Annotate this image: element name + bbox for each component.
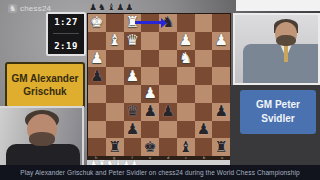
square[interactable] xyxy=(106,67,124,85)
top-right-panel xyxy=(236,0,320,11)
square[interactable]: ♛ xyxy=(124,103,142,121)
square[interactable]: ♟ xyxy=(177,32,195,50)
square[interactable] xyxy=(124,138,142,156)
square[interactable] xyxy=(195,67,213,85)
square[interactable]: ♟ xyxy=(195,121,213,139)
black-pawn: ♟ xyxy=(214,104,227,119)
black-knight: ♞ xyxy=(98,2,106,12)
square[interactable] xyxy=(124,85,142,103)
square[interactable]: ♟ xyxy=(88,50,106,68)
square[interactable]: ♟ xyxy=(141,103,159,121)
square[interactable]: ♟ xyxy=(124,67,142,85)
square[interactable] xyxy=(212,121,230,139)
chess-clock: 1:27 2:19 xyxy=(46,12,86,56)
grischuk-tag-line2: Grischuk xyxy=(7,85,83,98)
grischuk-name-tag: GM Alexander Grischuk xyxy=(5,62,85,108)
square[interactable] xyxy=(88,103,106,121)
square[interactable]: ♟ xyxy=(124,121,142,139)
square[interactable] xyxy=(124,50,142,68)
square[interactable]: ♛ xyxy=(124,32,142,50)
grischuk-torso xyxy=(6,144,80,165)
square[interactable] xyxy=(212,14,230,32)
square[interactable] xyxy=(177,14,195,32)
square[interactable]: ♟ xyxy=(88,67,106,85)
black-pawn: ♟ xyxy=(197,122,210,137)
grischuk-beard xyxy=(29,132,55,146)
black-pawn: ♟ xyxy=(125,2,133,12)
square[interactable]: ♚ xyxy=(141,138,159,156)
square[interactable] xyxy=(106,121,124,139)
svidler-beard xyxy=(276,35,296,46)
white-pawn: ♟ xyxy=(143,86,156,101)
square[interactable]: ♚ xyxy=(88,14,106,32)
square[interactable] xyxy=(177,103,195,121)
square[interactable] xyxy=(106,14,124,32)
black-pawn: ♟ xyxy=(126,122,139,137)
square[interactable] xyxy=(195,85,213,103)
square[interactable] xyxy=(88,138,106,156)
black-rook: ♜ xyxy=(214,140,227,155)
square[interactable] xyxy=(141,32,159,50)
clock-divider xyxy=(53,33,79,34)
square[interactable] xyxy=(212,67,230,85)
caption-bar: Play Alexander Grischuk and Peter Svidle… xyxy=(0,165,320,180)
square[interactable] xyxy=(195,103,213,121)
black-queen: ♛ xyxy=(126,104,139,119)
white-pawn: ♟ xyxy=(179,33,192,48)
black-king: ♚ xyxy=(143,140,156,155)
square[interactable] xyxy=(141,67,159,85)
grischuk-webcam-video xyxy=(0,106,84,165)
square[interactable] xyxy=(141,50,159,68)
svidler-tag-line1: GM Peter xyxy=(240,98,316,112)
black-pawn: ♟ xyxy=(90,69,103,84)
white-queen: ♛ xyxy=(126,33,139,48)
board-grid: ♚♜♞♝♛♟♟♟♞♟♟♟♛♟♟♟♟♟♜♚♝♜ xyxy=(88,14,230,156)
square[interactable] xyxy=(88,121,106,139)
square[interactable]: ♜ xyxy=(106,138,124,156)
square[interactable]: ♟ xyxy=(212,103,230,121)
square[interactable]: ♜ xyxy=(212,138,230,156)
svidler-name-tag: GM Peter Svidler xyxy=(240,90,316,134)
white-pawn: ♟ xyxy=(126,69,139,84)
square[interactable] xyxy=(159,138,177,156)
black-rook: ♜ xyxy=(108,140,121,155)
white-pawn: ♟ xyxy=(90,51,103,66)
square[interactable] xyxy=(195,14,213,32)
square[interactable] xyxy=(177,121,195,139)
square[interactable]: ♟ xyxy=(159,103,177,121)
black-pawn: ♟ xyxy=(89,2,97,12)
square[interactable] xyxy=(88,32,106,50)
white-bishop: ♝ xyxy=(108,33,121,48)
square[interactable] xyxy=(88,85,106,103)
arrow-head-icon xyxy=(161,18,167,28)
square[interactable]: ♝ xyxy=(106,32,124,50)
svidler-webcam-video xyxy=(233,13,320,85)
clock-top-time: 1:27 xyxy=(54,17,78,27)
square[interactable] xyxy=(177,85,195,103)
black-bishop: ♝ xyxy=(179,140,192,155)
square[interactable] xyxy=(159,121,177,139)
black-bishop: ♝ xyxy=(107,2,115,12)
clock-bottom-time: 2:19 xyxy=(54,41,78,51)
white-knight: ♞ xyxy=(179,51,192,66)
square[interactable] xyxy=(159,50,177,68)
square[interactable] xyxy=(106,85,124,103)
square[interactable] xyxy=(159,32,177,50)
knight-logo-icon: ♞ xyxy=(8,4,17,13)
square[interactable]: ♞ xyxy=(177,50,195,68)
svidler-tag-line2: Svidler xyxy=(240,112,316,126)
square[interactable] xyxy=(159,67,177,85)
square[interactable]: ♝ xyxy=(177,138,195,156)
black-pawn: ♟ xyxy=(161,104,174,119)
broadcast-frame: ♞ chess24 1:27 2:19 ♟♞♝♟♟ ♚♜♞♝♛♟♟♟♞♟♟♟♛♟… xyxy=(0,0,320,180)
square[interactable] xyxy=(195,138,213,156)
square[interactable] xyxy=(212,50,230,68)
caption-text: Play Alexander Grischuk and Peter Svidle… xyxy=(20,169,299,176)
black-pawn: ♟ xyxy=(116,2,124,12)
chess24-logo: ♞ chess24 xyxy=(8,4,51,13)
svidler-tie xyxy=(284,46,288,62)
square[interactable] xyxy=(195,32,213,50)
square[interactable] xyxy=(195,50,213,68)
white-king: ♚ xyxy=(90,15,103,30)
square[interactable] xyxy=(177,67,195,85)
square[interactable]: ♟ xyxy=(212,32,230,50)
svidler-suit xyxy=(243,44,320,85)
chess-board: ♚♜♞♝♛♟♟♟♞♟♟♟♛♟♟♟♟♟♜♚♝♜ xyxy=(87,13,231,157)
square[interactable] xyxy=(106,103,124,121)
white-pawn: ♟ xyxy=(214,33,227,48)
square[interactable] xyxy=(212,85,230,103)
grischuk-tag-line1: GM Alexander xyxy=(7,72,83,85)
square[interactable] xyxy=(159,85,177,103)
analysis-arrow xyxy=(135,21,162,24)
black-pawn: ♟ xyxy=(143,104,156,119)
square[interactable] xyxy=(141,121,159,139)
square[interactable] xyxy=(106,50,124,68)
square[interactable]: ♟ xyxy=(141,85,159,103)
captured-black-pieces-tray: ♟♞♝♟♟ xyxy=(89,1,133,12)
